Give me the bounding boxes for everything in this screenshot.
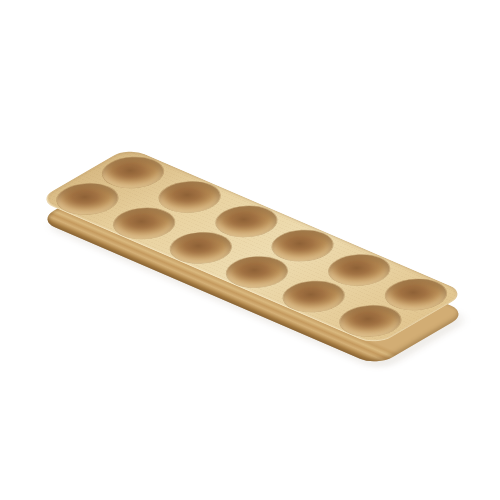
product-photo-stage: [0, 0, 500, 500]
